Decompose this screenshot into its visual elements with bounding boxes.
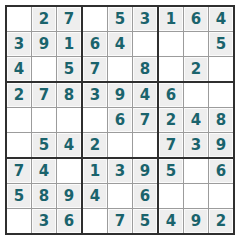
cell-r6c4: 2	[83, 133, 107, 157]
cell-r5c7: 2	[159, 108, 183, 132]
cell-r3c3: 5	[57, 57, 81, 81]
cell-r1c8: 6	[184, 7, 208, 31]
cell-r8c4: 4	[83, 184, 107, 208]
cell-r7c5: 3	[108, 159, 132, 183]
cell-r7c3[interactable]	[57, 159, 81, 183]
sudoku-box-5: 394672	[83, 83, 157, 157]
cell-r5c4[interactable]	[83, 108, 107, 132]
cell-r5c1[interactable]	[7, 108, 31, 132]
sudoku-box-4: 27854	[7, 83, 81, 157]
cell-r8c5[interactable]	[108, 184, 132, 208]
cell-r3c9[interactable]	[209, 57, 233, 81]
cell-r9c5: 7	[108, 209, 132, 233]
sudoku-box-2: 536478	[83, 7, 157, 81]
cell-r3c8: 2	[184, 57, 208, 81]
cell-r7c4: 1	[83, 159, 107, 183]
cell-r6c2: 5	[32, 133, 56, 157]
sudoku-box-9: 56492	[159, 159, 233, 233]
cell-r3c7[interactable]	[159, 57, 183, 81]
cell-r8c9[interactable]	[209, 184, 233, 208]
cell-r3c4: 7	[83, 57, 107, 81]
cell-r2c1: 3	[7, 32, 31, 56]
cell-r7c9: 6	[209, 159, 233, 183]
cell-r4c2: 7	[32, 83, 56, 107]
cell-r2c4: 6	[83, 32, 107, 56]
cell-r7c2: 4	[32, 159, 56, 183]
cell-r8c8[interactable]	[184, 184, 208, 208]
cell-r1c1[interactable]	[7, 7, 31, 31]
cell-r9c4[interactable]	[83, 209, 107, 233]
cell-r6c3: 4	[57, 133, 81, 157]
cell-r1c7: 1	[159, 7, 183, 31]
cell-r4c1: 2	[7, 83, 31, 107]
cell-r2c6[interactable]	[133, 32, 157, 56]
cell-r1c6: 3	[133, 7, 157, 31]
sudoku-box-1: 2739145	[7, 7, 81, 81]
cell-r4c5: 9	[108, 83, 132, 107]
cell-r9c3: 6	[57, 209, 81, 233]
cell-r9c9: 2	[209, 209, 233, 233]
sudoku-box-7: 7458936	[7, 159, 81, 233]
cell-r9c7: 4	[159, 209, 183, 233]
cell-r6c1[interactable]	[7, 133, 31, 157]
cell-r5c9: 8	[209, 108, 233, 132]
cell-r7c7: 5	[159, 159, 183, 183]
cell-r6c5[interactable]	[108, 133, 132, 157]
cell-r2c8[interactable]	[184, 32, 208, 56]
cell-r9c2: 3	[32, 209, 56, 233]
cell-r2c9: 5	[209, 32, 233, 56]
cell-r8c2: 8	[32, 184, 56, 208]
cell-r8c6: 6	[133, 184, 157, 208]
cell-r2c5: 4	[108, 32, 132, 56]
cell-r3c6: 8	[133, 57, 157, 81]
cell-r6c9: 9	[209, 133, 233, 157]
cell-r6c6[interactable]	[133, 133, 157, 157]
cell-r8c3: 9	[57, 184, 81, 208]
cell-r5c5: 6	[108, 108, 132, 132]
cell-r4c9[interactable]	[209, 83, 233, 107]
cell-r7c1: 7	[7, 159, 31, 183]
cell-r5c2[interactable]	[32, 108, 56, 132]
sudoku-board: 2739145536478164522785439467262487397458…	[5, 5, 235, 235]
cell-r6c8: 3	[184, 133, 208, 157]
cell-r5c8: 4	[184, 108, 208, 132]
cell-r3c2[interactable]	[32, 57, 56, 81]
cell-r6c7: 7	[159, 133, 183, 157]
cell-r5c3[interactable]	[57, 108, 81, 132]
cell-r4c4: 3	[83, 83, 107, 107]
cell-r9c6: 5	[133, 209, 157, 233]
cell-r1c2: 2	[32, 7, 56, 31]
cell-r9c1[interactable]	[7, 209, 31, 233]
cell-r3c1: 4	[7, 57, 31, 81]
cell-r8c1: 5	[7, 184, 31, 208]
cell-r1c3: 7	[57, 7, 81, 31]
sudoku-box-6: 6248739	[159, 83, 233, 157]
cell-r1c9: 4	[209, 7, 233, 31]
sudoku-box-8: 1394675	[83, 159, 157, 233]
cell-r7c8[interactable]	[184, 159, 208, 183]
cell-r4c7: 6	[159, 83, 183, 107]
cell-r4c6: 4	[133, 83, 157, 107]
cell-r2c3: 1	[57, 32, 81, 56]
cell-r8c7[interactable]	[159, 184, 183, 208]
cell-r1c4[interactable]	[83, 7, 107, 31]
cell-r2c7[interactable]	[159, 32, 183, 56]
cell-r4c3: 8	[57, 83, 81, 107]
cell-r2c2: 9	[32, 32, 56, 56]
cell-r5c6: 7	[133, 108, 157, 132]
cell-r3c5[interactable]	[108, 57, 132, 81]
sudoku-box-3: 16452	[159, 7, 233, 81]
cell-r7c6: 9	[133, 159, 157, 183]
cell-r1c5: 5	[108, 7, 132, 31]
cell-r9c8: 9	[184, 209, 208, 233]
cell-r4c8[interactable]	[184, 83, 208, 107]
